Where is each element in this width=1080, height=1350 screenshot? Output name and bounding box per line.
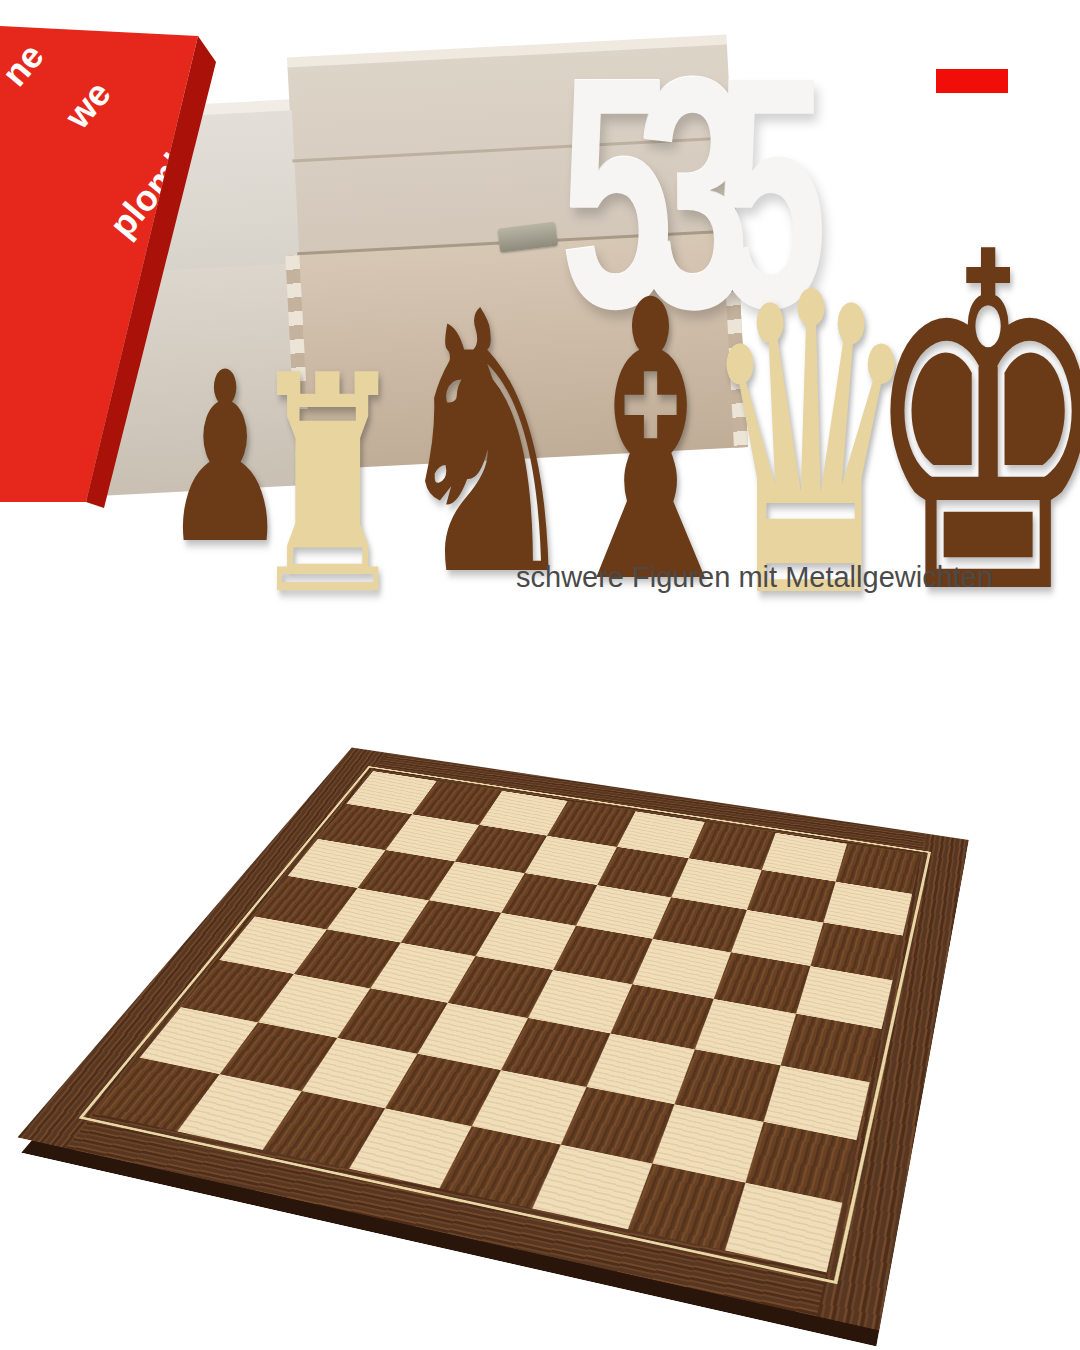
square-r7c5	[532, 1145, 652, 1229]
square-r5c3	[418, 1003, 528, 1070]
board-photo-section	[0, 645, 1080, 1350]
square-r7c0	[94, 1058, 219, 1131]
square-r5c2	[337, 988, 448, 1053]
square-r6c0	[140, 1007, 258, 1074]
product-page: 535 ne we plomb ♟ ♜ ♞ ♝ ♛ ♚ schwere Figu…	[0, 0, 1080, 1350]
square-r6c5	[560, 1087, 674, 1164]
caption-text: schwere Figuren mit Metallgewichten	[516, 561, 993, 594]
square-r6c1	[219, 1022, 337, 1091]
square-r6c4	[472, 1070, 587, 1145]
square-r6c7	[746, 1122, 857, 1203]
square-r5c7	[764, 1065, 870, 1139]
board-frame	[17, 747, 969, 1330]
square-r6c3	[385, 1053, 501, 1126]
square-r5c4	[501, 1018, 610, 1087]
chessboard	[17, 747, 969, 1330]
square-r5c5	[586, 1033, 694, 1104]
square-r7c1	[177, 1074, 301, 1149]
square-r4c7	[781, 1014, 882, 1082]
square-r3c7	[796, 966, 892, 1029]
chess-rook-light: ♜	[247, 337, 408, 637]
square-r6c6	[652, 1104, 764, 1183]
square-r4c4	[528, 970, 632, 1033]
red-badge	[936, 69, 1008, 93]
square-r5c1	[258, 974, 370, 1038]
square-r6c2	[301, 1038, 418, 1109]
ribbon-text-fragment: ne	[0, 35, 53, 94]
square-r7c6	[627, 1164, 745, 1251]
square-r4c6	[694, 999, 796, 1066]
square-r7c4	[439, 1126, 560, 1208]
square-r7c2	[262, 1091, 385, 1169]
square-r7c7	[725, 1183, 842, 1272]
square-r5c6	[674, 1049, 781, 1121]
ribbon-text-fragment: we	[56, 73, 119, 137]
square-r7c3	[349, 1109, 471, 1189]
product-photo-section: 535 ne we plomb ♟ ♜ ♞ ♝ ♛ ♚ schwere Figu…	[0, 0, 1080, 645]
square-r4c5	[610, 984, 713, 1049]
